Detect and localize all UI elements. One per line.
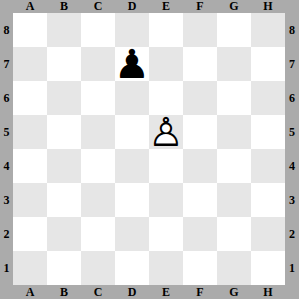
square-g4[interactable] bbox=[217, 149, 251, 183]
rank-label-right-8: 8 bbox=[285, 13, 299, 47]
file-labels-top: ABCDEFGH bbox=[13, 0, 285, 13]
file-label-bottom-g: G bbox=[217, 285, 251, 299]
file-label-top-f: F bbox=[183, 0, 217, 13]
rank-label-left-4: 4 bbox=[0, 149, 13, 183]
file-label-top-a: A bbox=[13, 0, 47, 13]
square-h7[interactable] bbox=[251, 47, 285, 81]
square-d5[interactable] bbox=[115, 115, 149, 149]
rank-labels-left: 87654321 bbox=[0, 13, 13, 285]
square-f2[interactable] bbox=[183, 217, 217, 251]
square-h5[interactable] bbox=[251, 115, 285, 149]
square-a7[interactable] bbox=[13, 47, 47, 81]
square-h1[interactable] bbox=[251, 251, 285, 285]
square-g8[interactable] bbox=[217, 13, 251, 47]
square-d3[interactable] bbox=[115, 183, 149, 217]
rank-label-left-3: 3 bbox=[0, 183, 13, 217]
square-e7[interactable] bbox=[149, 47, 183, 81]
square-a6[interactable] bbox=[13, 81, 47, 115]
chess-board: ♟♟♙ bbox=[13, 13, 285, 285]
file-label-top-c: C bbox=[81, 0, 115, 13]
square-c2[interactable] bbox=[81, 217, 115, 251]
square-h3[interactable] bbox=[251, 183, 285, 217]
square-f3[interactable] bbox=[183, 183, 217, 217]
square-h2[interactable] bbox=[251, 217, 285, 251]
square-g2[interactable] bbox=[217, 217, 251, 251]
square-d4[interactable] bbox=[115, 149, 149, 183]
square-e4[interactable] bbox=[149, 149, 183, 183]
rank-label-right-6: 6 bbox=[285, 81, 299, 115]
square-b2[interactable] bbox=[47, 217, 81, 251]
file-label-bottom-d: D bbox=[115, 285, 149, 299]
square-c4[interactable] bbox=[81, 149, 115, 183]
rank-label-right-4: 4 bbox=[285, 149, 299, 183]
square-f8[interactable] bbox=[183, 13, 217, 47]
file-label-top-d: D bbox=[115, 0, 149, 13]
file-label-bottom-a: A bbox=[13, 285, 47, 299]
square-f4[interactable] bbox=[183, 149, 217, 183]
square-g7[interactable] bbox=[217, 47, 251, 81]
file-label-bottom-f: F bbox=[183, 285, 217, 299]
square-e8[interactable] bbox=[149, 13, 183, 47]
square-g5[interactable] bbox=[217, 115, 251, 149]
square-h4[interactable] bbox=[251, 149, 285, 183]
rank-label-left-7: 7 bbox=[0, 47, 13, 81]
square-d1[interactable] bbox=[115, 251, 149, 285]
square-b6[interactable] bbox=[47, 81, 81, 115]
rank-label-left-1: 1 bbox=[0, 251, 13, 285]
square-a4[interactable] bbox=[13, 149, 47, 183]
square-g1[interactable] bbox=[217, 251, 251, 285]
square-c5[interactable] bbox=[81, 115, 115, 149]
file-label-bottom-e: E bbox=[149, 285, 183, 299]
square-a2[interactable] bbox=[13, 217, 47, 251]
file-labels-bottom: ABCDEFGH bbox=[13, 285, 285, 299]
chess-board-frame: ABCDEFGH ABCDEFGH 87654321 87654321 ♟♟♙ bbox=[0, 0, 299, 299]
white-pawn-fill: ♟ bbox=[149, 115, 183, 149]
square-b5[interactable] bbox=[47, 115, 81, 149]
square-e1[interactable] bbox=[149, 251, 183, 285]
square-g6[interactable] bbox=[217, 81, 251, 115]
rank-label-right-1: 1 bbox=[285, 251, 299, 285]
square-b7[interactable] bbox=[47, 47, 81, 81]
square-a3[interactable] bbox=[13, 183, 47, 217]
file-label-bottom-b: B bbox=[47, 285, 81, 299]
rank-label-left-8: 8 bbox=[0, 13, 13, 47]
square-d8[interactable] bbox=[115, 13, 149, 47]
square-c7[interactable] bbox=[81, 47, 115, 81]
square-b8[interactable] bbox=[47, 13, 81, 47]
file-label-bottom-h: H bbox=[251, 285, 285, 299]
square-h8[interactable] bbox=[251, 13, 285, 47]
square-a8[interactable] bbox=[13, 13, 47, 47]
white-pawn[interactable]: ♙ bbox=[149, 115, 183, 149]
rank-label-left-5: 5 bbox=[0, 115, 13, 149]
square-c3[interactable] bbox=[81, 183, 115, 217]
file-label-top-e: E bbox=[149, 0, 183, 13]
rank-label-right-2: 2 bbox=[285, 217, 299, 251]
square-c6[interactable] bbox=[81, 81, 115, 115]
square-d2[interactable] bbox=[115, 217, 149, 251]
rank-label-left-2: 2 bbox=[0, 217, 13, 251]
file-label-top-g: G bbox=[217, 0, 251, 13]
square-d7[interactable]: ♟ bbox=[115, 47, 149, 81]
rank-label-right-3: 3 bbox=[285, 183, 299, 217]
square-h6[interactable] bbox=[251, 81, 285, 115]
square-c8[interactable] bbox=[81, 13, 115, 47]
rank-label-right-5: 5 bbox=[285, 115, 299, 149]
square-f6[interactable] bbox=[183, 81, 217, 115]
square-e5[interactable]: ♟♙ bbox=[149, 115, 183, 149]
square-e3[interactable] bbox=[149, 183, 183, 217]
square-e2[interactable] bbox=[149, 217, 183, 251]
square-g3[interactable] bbox=[217, 183, 251, 217]
square-f5[interactable] bbox=[183, 115, 217, 149]
rank-labels-right: 87654321 bbox=[285, 13, 299, 285]
square-c1[interactable] bbox=[81, 251, 115, 285]
rank-label-right-7: 7 bbox=[285, 47, 299, 81]
square-f1[interactable] bbox=[183, 251, 217, 285]
square-e6[interactable] bbox=[149, 81, 183, 115]
square-a5[interactable] bbox=[13, 115, 47, 149]
rank-label-left-6: 6 bbox=[0, 81, 13, 115]
square-b1[interactable] bbox=[47, 251, 81, 285]
file-label-top-b: B bbox=[47, 0, 81, 13]
square-f7[interactable] bbox=[183, 47, 217, 81]
file-label-bottom-c: C bbox=[81, 285, 115, 299]
square-d6[interactable] bbox=[115, 81, 149, 115]
square-b4[interactable] bbox=[47, 149, 81, 183]
square-b3[interactable] bbox=[47, 183, 81, 217]
file-label-top-h: H bbox=[251, 0, 285, 13]
black-pawn[interactable]: ♟ bbox=[115, 47, 149, 81]
square-a1[interactable] bbox=[13, 251, 47, 285]
